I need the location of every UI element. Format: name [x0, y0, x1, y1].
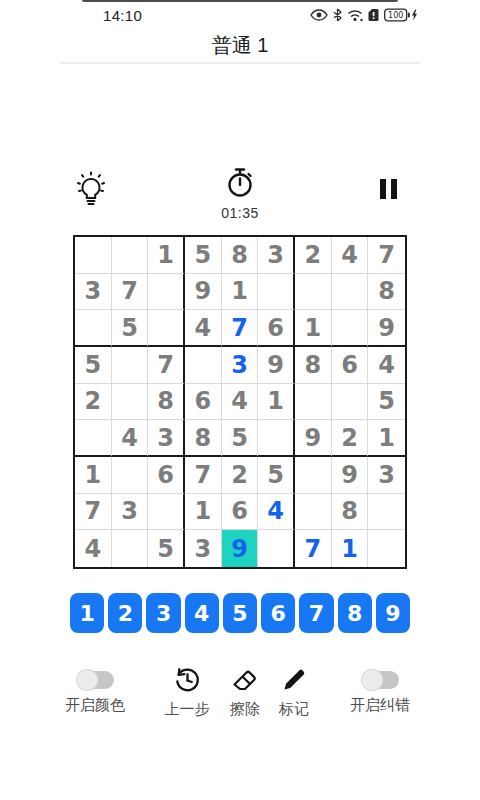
cell-r9c3[interactable]: 5 [148, 530, 185, 567]
cell-r9c5[interactable]: 9 [222, 530, 259, 567]
sim-alert-icon: ! [368, 8, 379, 22]
status-time: 14:10 [103, 7, 142, 24]
cell-r6c2[interactable]: 4 [112, 420, 149, 457]
pencil-icon [280, 666, 308, 694]
cell-r4c7[interactable]: 8 [295, 347, 332, 384]
cell-r2c8[interactable] [332, 274, 369, 311]
numpad-key-6[interactable]: 6 [261, 593, 295, 633]
cell-r4c9[interactable]: 4 [368, 347, 405, 384]
cell-r2c7[interactable] [295, 274, 332, 311]
correction-toggle-item[interactable]: 开启纠错 [350, 664, 410, 715]
cell-r1c1[interactable] [75, 237, 112, 274]
undo-label: 上一步 [165, 700, 210, 719]
cell-r8c7[interactable] [295, 494, 332, 531]
bottom-toolbar: 开启颜色 上一步 [0, 664, 480, 726]
hint-button[interactable] [74, 171, 108, 209]
cell-r4c2[interactable] [112, 347, 149, 384]
cell-r2c5[interactable]: 1 [222, 274, 259, 311]
cell-r7c9[interactable]: 3 [368, 457, 405, 494]
cell-r2c2[interactable]: 7 [112, 274, 149, 311]
sudoku-app-screen: 14:10 ! 100 [0, 0, 480, 800]
cell-r3c6[interactable]: 6 [258, 310, 295, 347]
cell-r6c9[interactable]: 1 [368, 420, 405, 457]
cell-r4c5[interactable]: 3 [222, 347, 259, 384]
cell-r3c2[interactable]: 5 [112, 310, 149, 347]
cell-r6c8[interactable]: 2 [332, 420, 369, 457]
mark-label: 标记 [279, 700, 309, 719]
erase-label: 擦除 [230, 700, 260, 719]
cell-r4c4[interactable] [185, 347, 222, 384]
svg-text:100: 100 [388, 11, 403, 20]
cell-r8c3[interactable] [148, 494, 185, 531]
pause-button[interactable] [380, 179, 398, 199]
cell-r5c5[interactable]: 4 [222, 384, 259, 421]
cell-r2c9[interactable]: 8 [368, 274, 405, 311]
cell-r5c2[interactable] [112, 384, 149, 421]
cell-r3c9[interactable]: 9 [368, 310, 405, 347]
pause-bar [391, 179, 397, 199]
bluetooth-icon [333, 8, 342, 22]
cell-r9c2[interactable] [112, 530, 149, 567]
cell-r8c6[interactable]: 4 [258, 494, 295, 531]
toggle-knob [361, 669, 383, 691]
cell-r1c9[interactable]: 7 [368, 237, 405, 274]
cell-r5c4[interactable]: 6 [185, 384, 222, 421]
cell-r1c3[interactable]: 1 [148, 237, 185, 274]
numpad-key-2[interactable]: 2 [108, 593, 142, 633]
timer: 01:35 [200, 167, 280, 221]
cell-r3c8[interactable] [332, 310, 369, 347]
numpad-key-4[interactable]: 4 [185, 593, 219, 633]
undo-history-icon [172, 665, 202, 695]
cell-r9c7[interactable]: 7 [295, 530, 332, 567]
color-toggle-label: 开启颜色 [65, 696, 125, 715]
cell-r8c8[interactable]: 8 [332, 494, 369, 531]
cell-r3c4[interactable]: 4 [185, 310, 222, 347]
pause-bar [380, 179, 386, 199]
battery-icon: 100 [384, 8, 410, 22]
cell-r3c7[interactable]: 1 [295, 310, 332, 347]
cell-r1c4[interactable]: 5 [185, 237, 222, 274]
cell-r9c4[interactable]: 3 [185, 530, 222, 567]
timer-text: 01:35 [200, 205, 280, 221]
cell-r2c1[interactable]: 3 [75, 274, 112, 311]
cell-r3c1[interactable] [75, 310, 112, 347]
cell-r2c3[interactable] [148, 274, 185, 311]
numpad-key-8[interactable]: 8 [338, 593, 372, 633]
cell-r6c3[interactable]: 3 [148, 420, 185, 457]
cell-r7c3[interactable]: 6 [148, 457, 185, 494]
cell-r2c6[interactable] [258, 274, 295, 311]
cell-r9c9[interactable] [368, 530, 405, 567]
battery-indicator: 100 [384, 8, 418, 22]
cell-r2c4[interactable]: 9 [185, 274, 222, 311]
sudoku-board: 1583247379185476195739864286415438592116… [73, 235, 407, 569]
cell-r7c5[interactable]: 2 [222, 457, 259, 494]
cell-r5c8[interactable] [332, 384, 369, 421]
numpad-key-5[interactable]: 5 [223, 593, 257, 633]
cell-r3c5[interactable]: 7 [222, 310, 259, 347]
number-pad: 1 2 3 4 5 6 7 8 9 [70, 593, 410, 633]
hud-row: 01:35 [0, 165, 480, 230]
correction-toggle-label: 开启纠错 [350, 696, 410, 715]
erase-button[interactable]: 擦除 [230, 664, 260, 719]
cell-r7c7[interactable] [295, 457, 332, 494]
lightbulb-icon [74, 171, 108, 209]
cell-r9c1[interactable]: 4 [75, 530, 112, 567]
numpad-key-7[interactable]: 7 [299, 593, 333, 633]
cell-r1c7[interactable]: 2 [295, 237, 332, 274]
cell-r4c6[interactable]: 9 [258, 347, 295, 384]
cell-r4c8[interactable]: 6 [332, 347, 369, 384]
status-icons: ! 100 [310, 7, 418, 23]
cell-r1c2[interactable] [112, 237, 149, 274]
cell-r1c6[interactable]: 3 [258, 237, 295, 274]
cell-r5c6[interactable]: 1 [258, 384, 295, 421]
cell-r4c3[interactable]: 7 [148, 347, 185, 384]
cell-r6c1[interactable] [75, 420, 112, 457]
numpad-key-9[interactable]: 9 [376, 593, 410, 633]
undo-button[interactable]: 上一步 [165, 664, 210, 719]
numpad-key-1[interactable]: 1 [70, 593, 104, 633]
cell-r5c3[interactable]: 8 [148, 384, 185, 421]
cell-r9c8[interactable]: 1 [332, 530, 369, 567]
cell-r1c5[interactable]: 8 [222, 237, 259, 274]
cell-r4c1[interactable]: 5 [75, 347, 112, 384]
color-toggle-item[interactable]: 开启颜色 [65, 664, 125, 715]
mark-button[interactable]: 标记 [279, 664, 309, 719]
charging-bolt-icon [411, 9, 418, 21]
cell-r6c4[interactable]: 8 [185, 420, 222, 457]
stopwatch-icon [225, 167, 255, 199]
cell-r6c6[interactable] [258, 420, 295, 457]
cell-r7c2[interactable] [112, 457, 149, 494]
color-toggle-switch[interactable] [76, 668, 114, 692]
cell-r7c4[interactable]: 7 [185, 457, 222, 494]
eye-icon [310, 9, 328, 21]
numpad-key-3[interactable]: 3 [146, 593, 180, 633]
cell-r6c7[interactable]: 9 [295, 420, 332, 457]
page-title: 普通 1 [0, 32, 480, 59]
cell-r5c1[interactable]: 2 [75, 384, 112, 421]
cell-r7c1[interactable]: 1 [75, 457, 112, 494]
eraser-icon [230, 665, 260, 695]
cell-r8c5[interactable]: 6 [222, 494, 259, 531]
correction-toggle-switch[interactable] [361, 668, 399, 692]
cell-r5c9[interactable]: 5 [368, 384, 405, 421]
cell-r8c4[interactable]: 1 [185, 494, 222, 531]
status-bar: 14:10 ! 100 [0, 0, 480, 28]
cell-r3c3[interactable] [148, 310, 185, 347]
cell-r8c9[interactable] [368, 494, 405, 531]
cell-r7c8[interactable]: 9 [332, 457, 369, 494]
cell-r8c2[interactable]: 3 [112, 494, 149, 531]
wifi-icon [347, 9, 363, 22]
cell-r1c8[interactable]: 4 [332, 237, 369, 274]
cell-r6c5[interactable]: 5 [222, 420, 259, 457]
cell-r7c6[interactable]: 5 [258, 457, 295, 494]
cell-r8c1[interactable]: 7 [75, 494, 112, 531]
toggle-knob [76, 669, 98, 691]
title-divider [60, 62, 420, 64]
svg-text:!: ! [371, 11, 375, 21]
cell-r9c6[interactable] [258, 530, 295, 567]
cell-r5c7[interactable] [295, 384, 332, 421]
